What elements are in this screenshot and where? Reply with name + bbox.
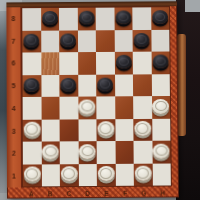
square-h6[interactable] [151, 52, 170, 74]
rank-labels: 87654321 [6, 7, 22, 187]
white-piece-g3[interactable] [134, 121, 151, 136]
square-g7[interactable] [133, 29, 152, 51]
square-a4[interactable] [23, 97, 42, 119]
square-e2[interactable] [97, 141, 116, 164]
square-e5[interactable] [96, 74, 115, 96]
square-g6[interactable] [133, 52, 152, 74]
square-f8[interactable] [114, 7, 133, 29]
board-grid [21, 6, 172, 187]
square-b8[interactable] [41, 8, 59, 30]
black-piece-e5[interactable] [97, 77, 113, 91]
square-d6[interactable] [78, 52, 97, 74]
square-b5[interactable] [41, 74, 60, 96]
square-a8[interactable] [22, 8, 40, 30]
square-d5[interactable] [78, 74, 97, 96]
square-h1[interactable] [152, 163, 171, 186]
black-piece-b8[interactable] [42, 11, 58, 25]
black-piece-g7[interactable] [134, 33, 150, 47]
square-e8[interactable] [96, 8, 115, 30]
white-piece-d4[interactable] [79, 99, 96, 114]
square-h3[interactable] [152, 118, 171, 140]
rank-label-2: 2 [7, 142, 21, 165]
square-c4[interactable] [59, 97, 78, 119]
square-f5[interactable] [115, 74, 134, 96]
black-piece-f6[interactable] [116, 55, 132, 69]
checkers-board: 87654321 ABCDEFGH [6, 1, 179, 198]
file-label-A: A [22, 187, 41, 198]
white-piece-h4[interactable] [152, 99, 169, 114]
square-f4[interactable] [115, 96, 134, 118]
square-h8[interactable] [151, 7, 170, 29]
square-b2[interactable] [41, 141, 60, 164]
square-e7[interactable] [96, 30, 115, 52]
square-f6[interactable] [114, 52, 133, 74]
square-g2[interactable] [133, 141, 152, 164]
black-piece-c7[interactable] [60, 33, 76, 47]
white-piece-d2[interactable] [79, 144, 96, 159]
square-d7[interactable] [77, 30, 96, 52]
white-piece-e1[interactable] [98, 166, 115, 181]
rank-label-1: 1 [7, 165, 21, 188]
black-piece-a7[interactable] [24, 33, 40, 47]
square-g1[interactable] [134, 163, 153, 186]
file-label-E: E [97, 187, 116, 198]
white-piece-a3[interactable] [23, 122, 40, 137]
square-f2[interactable] [115, 141, 134, 164]
square-c2[interactable] [60, 141, 79, 164]
square-a2[interactable] [23, 142, 42, 165]
square-h7[interactable] [151, 29, 170, 51]
square-d8[interactable] [77, 8, 96, 30]
square-a3[interactable] [23, 119, 42, 141]
white-piece-a1[interactable] [24, 167, 41, 182]
square-a5[interactable] [23, 75, 42, 97]
square-e3[interactable] [96, 119, 115, 141]
square-b1[interactable] [41, 164, 60, 187]
square-c8[interactable] [59, 8, 77, 30]
board-photo: 87654321 ABCDEFGH [0, 0, 200, 200]
square-h2[interactable] [152, 141, 171, 164]
square-b4[interactable] [41, 97, 60, 119]
square-d4[interactable] [78, 96, 97, 118]
file-label-F: F [116, 187, 135, 198]
square-c1[interactable] [60, 164, 79, 187]
white-piece-h2[interactable] [153, 143, 170, 158]
rank-label-4: 4 [7, 97, 21, 120]
square-c5[interactable] [59, 74, 78, 96]
black-piece-h6[interactable] [152, 55, 168, 69]
square-b3[interactable] [41, 119, 60, 141]
rank-label-8: 8 [6, 7, 20, 29]
file-label-G: G [134, 187, 153, 198]
square-b6[interactable] [41, 52, 60, 74]
square-d2[interactable] [78, 141, 97, 164]
square-e4[interactable] [96, 96, 115, 118]
square-a6[interactable] [22, 52, 40, 74]
black-piece-h8[interactable] [152, 10, 168, 24]
square-f3[interactable] [115, 119, 134, 141]
square-a7[interactable] [22, 30, 40, 52]
rank-label-3: 3 [7, 120, 21, 143]
square-d1[interactable] [78, 164, 97, 187]
square-g3[interactable] [133, 118, 152, 140]
wood-post [177, 34, 186, 136]
square-e6[interactable] [96, 52, 115, 74]
square-e1[interactable] [97, 163, 116, 186]
square-b7[interactable] [41, 30, 59, 52]
file-labels: ABCDEFGH [22, 186, 172, 198]
rank-label-7: 7 [6, 30, 20, 53]
square-c3[interactable] [60, 119, 79, 141]
square-f1[interactable] [115, 163, 134, 186]
white-piece-e3[interactable] [97, 121, 114, 136]
rank-label-6: 6 [7, 52, 21, 75]
square-h5[interactable] [151, 74, 170, 96]
white-piece-c1[interactable] [61, 166, 78, 181]
file-label-C: C [59, 187, 78, 198]
square-c7[interactable] [59, 30, 78, 52]
black-piece-c5[interactable] [61, 78, 77, 92]
square-f7[interactable] [114, 30, 133, 52]
file-label-B: B [41, 187, 60, 198]
background-top-right [185, 0, 200, 12]
file-label-D: D [78, 187, 97, 198]
white-piece-g1[interactable] [134, 166, 151, 181]
square-g4[interactable] [133, 96, 152, 118]
black-piece-d8[interactable] [79, 11, 95, 25]
square-d3[interactable] [78, 119, 97, 141]
file-label-H: H [153, 186, 172, 197]
square-g5[interactable] [133, 74, 152, 96]
black-piece-a5[interactable] [24, 78, 40, 92]
square-h4[interactable] [152, 96, 171, 118]
square-c6[interactable] [59, 52, 78, 74]
white-piece-b2[interactable] [42, 144, 59, 159]
rank-label-5: 5 [7, 75, 21, 98]
black-piece-f8[interactable] [115, 11, 131, 25]
square-g8[interactable] [132, 7, 151, 29]
square-a1[interactable] [23, 164, 42, 187]
